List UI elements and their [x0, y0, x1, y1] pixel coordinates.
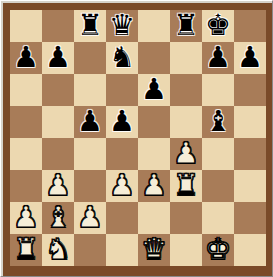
square-c2[interactable]: ♟ [74, 202, 106, 234]
square-h3[interactable] [234, 170, 266, 202]
square-e1[interactable]: ♛ [138, 234, 170, 266]
piece-white-pawn[interactable]: ♟ [77, 203, 103, 232]
square-h1[interactable] [234, 234, 266, 266]
square-a4[interactable] [10, 138, 42, 170]
square-b7[interactable]: ♟ [42, 42, 74, 74]
square-g7[interactable]: ♟ [202, 42, 234, 74]
square-f5[interactable] [170, 106, 202, 138]
square-b6[interactable] [42, 74, 74, 106]
square-h2[interactable] [234, 202, 266, 234]
piece-white-pawn[interactable]: ♟ [109, 171, 135, 200]
piece-white-bishop[interactable]: ♝ [45, 203, 71, 232]
square-f6[interactable] [170, 74, 202, 106]
square-e5[interactable] [138, 106, 170, 138]
window-frame: ♜♛♜♚♟♟♞♟♟♟♟♟♝♟♟♟♟♜♟♝♟♜♞♛♚ [0, 0, 273, 277]
piece-black-pawn[interactable]: ♟ [237, 43, 263, 72]
square-c1[interactable] [74, 234, 106, 266]
piece-black-bishop[interactable]: ♝ [205, 107, 231, 136]
square-h6[interactable] [234, 74, 266, 106]
square-a2[interactable]: ♟ [10, 202, 42, 234]
square-d2[interactable] [106, 202, 138, 234]
board-border: ♜♛♜♚♟♟♞♟♟♟♟♟♝♟♟♟♟♜♟♝♟♜♞♛♚ [3, 3, 272, 276]
square-f8[interactable]: ♜ [170, 10, 202, 42]
piece-black-king[interactable]: ♚ [205, 11, 231, 40]
square-c7[interactable] [74, 42, 106, 74]
piece-white-king[interactable]: ♚ [205, 235, 231, 264]
piece-white-pawn[interactable]: ♟ [13, 203, 39, 232]
square-a3[interactable] [10, 170, 42, 202]
square-e4[interactable] [138, 138, 170, 170]
square-g1[interactable]: ♚ [202, 234, 234, 266]
piece-white-knight[interactable]: ♞ [45, 235, 71, 264]
square-c3[interactable] [74, 170, 106, 202]
square-a8[interactable] [10, 10, 42, 42]
square-h7[interactable]: ♟ [234, 42, 266, 74]
square-f2[interactable] [170, 202, 202, 234]
square-b3[interactable]: ♟ [42, 170, 74, 202]
piece-white-pawn[interactable]: ♟ [45, 171, 71, 200]
square-h4[interactable] [234, 138, 266, 170]
square-b1[interactable]: ♞ [42, 234, 74, 266]
square-c6[interactable] [74, 74, 106, 106]
square-e6[interactable]: ♟ [138, 74, 170, 106]
square-h5[interactable] [234, 106, 266, 138]
square-a5[interactable] [10, 106, 42, 138]
piece-black-pawn[interactable]: ♟ [109, 107, 135, 136]
square-d4[interactable] [106, 138, 138, 170]
piece-white-pawn[interactable]: ♟ [141, 171, 167, 200]
piece-white-rook[interactable]: ♜ [173, 171, 199, 200]
square-f7[interactable] [170, 42, 202, 74]
square-f4[interactable]: ♟ [170, 138, 202, 170]
square-a7[interactable]: ♟ [10, 42, 42, 74]
square-g5[interactable]: ♝ [202, 106, 234, 138]
square-d8[interactable]: ♛ [106, 10, 138, 42]
square-e3[interactable]: ♟ [138, 170, 170, 202]
piece-white-queen[interactable]: ♛ [141, 235, 167, 264]
chess-board: ♜♛♜♚♟♟♞♟♟♟♟♟♝♟♟♟♟♜♟♝♟♜♞♛♚ [10, 10, 266, 266]
square-f3[interactable]: ♜ [170, 170, 202, 202]
square-d6[interactable] [106, 74, 138, 106]
square-d5[interactable]: ♟ [106, 106, 138, 138]
square-e2[interactable] [138, 202, 170, 234]
square-e8[interactable] [138, 10, 170, 42]
square-e7[interactable] [138, 42, 170, 74]
square-g6[interactable] [202, 74, 234, 106]
square-c4[interactable] [74, 138, 106, 170]
square-c5[interactable]: ♟ [74, 106, 106, 138]
square-g2[interactable] [202, 202, 234, 234]
piece-black-queen[interactable]: ♛ [109, 11, 135, 40]
square-b5[interactable] [42, 106, 74, 138]
square-a1[interactable]: ♜ [10, 234, 42, 266]
square-d3[interactable]: ♟ [106, 170, 138, 202]
square-b8[interactable] [42, 10, 74, 42]
piece-black-pawn[interactable]: ♟ [205, 43, 231, 72]
piece-black-pawn[interactable]: ♟ [141, 75, 167, 104]
square-g3[interactable] [202, 170, 234, 202]
piece-black-rook[interactable]: ♜ [77, 11, 103, 40]
square-f1[interactable] [170, 234, 202, 266]
square-g8[interactable]: ♚ [202, 10, 234, 42]
piece-white-rook[interactable]: ♜ [13, 235, 39, 264]
square-g4[interactable] [202, 138, 234, 170]
piece-black-pawn[interactable]: ♟ [77, 107, 103, 136]
piece-white-pawn[interactable]: ♟ [173, 139, 199, 168]
piece-black-knight[interactable]: ♞ [109, 43, 135, 72]
square-b4[interactable] [42, 138, 74, 170]
square-h8[interactable] [234, 10, 266, 42]
square-c8[interactable]: ♜ [74, 10, 106, 42]
piece-black-pawn[interactable]: ♟ [13, 43, 39, 72]
piece-black-rook[interactable]: ♜ [173, 11, 199, 40]
square-b2[interactable]: ♝ [42, 202, 74, 234]
square-d7[interactable]: ♞ [106, 42, 138, 74]
square-a6[interactable] [10, 74, 42, 106]
piece-black-pawn[interactable]: ♟ [45, 43, 71, 72]
square-d1[interactable] [106, 234, 138, 266]
